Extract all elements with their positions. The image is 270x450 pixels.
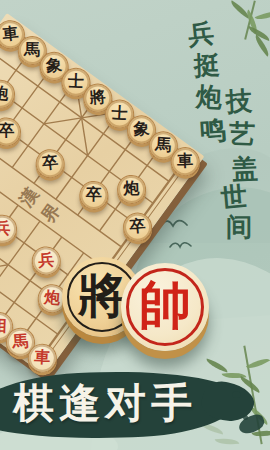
piece-black-r2c1: 炮: [0, 73, 21, 114]
piece-black-r3c4: 卒: [30, 143, 71, 184]
calligraphy-char-技: 技: [221, 83, 257, 119]
ink-splatter: [243, 415, 248, 420]
red-general-glyph: 帥: [139, 279, 191, 331]
splash-screen: 車馬象士將士象馬車炮炮卒卒卒卒卒兵兵兵兵兵炮炮車馬相仕帥仕相馬車楚河漢界 將 帥…: [0, 0, 270, 450]
calligraphy-char-挺: 挺: [189, 47, 224, 82]
ink-splatter: [232, 391, 241, 398]
calligraphy-char-间: 间: [222, 210, 256, 244]
banner-title: 棋逢对手: [13, 381, 213, 426]
hero-piece-red-general: 帥: [121, 263, 209, 351]
calligraphy-char-艺: 艺: [224, 116, 259, 151]
river-text-left-1: 河: [0, 151, 5, 185]
piece-red-r6c6: 兵: [26, 240, 67, 281]
piece-red-r6c4: 兵: [0, 208, 23, 249]
piece-black-r3c6: 卒: [74, 174, 115, 215]
piece-black-r3c2: 卒: [0, 111, 27, 152]
flying-birds-icon: [158, 214, 198, 258]
piece-black-r3c8: 卒: [117, 206, 158, 247]
piece-black-r2c7: 炮: [111, 168, 152, 209]
black-general-glyph: 將: [78, 271, 126, 319]
